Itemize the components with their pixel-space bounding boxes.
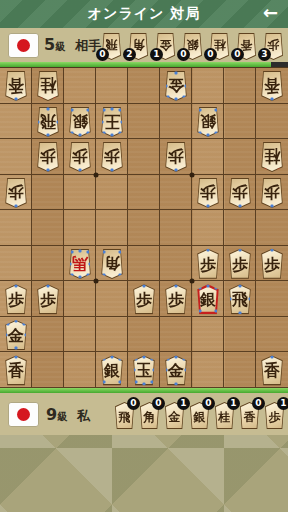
piece-銀-black[interactable]: 銀: [99, 355, 125, 385]
board-cell[interactable]: [224, 317, 256, 353]
hand-count-badge: 1: [277, 397, 288, 410]
board-cell[interactable]: [256, 104, 288, 140]
piece-飛-white[interactable]: 飛: [35, 107, 61, 137]
board-cell[interactable]: [256, 210, 288, 246]
piece-歩-black[interactable]: 歩: [163, 284, 189, 314]
hand-count-badge: 2: [123, 48, 136, 61]
opponent-captured-tray: 飛0角2金1銀0桂0香0歩3: [100, 33, 285, 60]
opponent-label: 5級 相手: [44, 35, 101, 55]
hand-piece-香[interactable]: 香0: [235, 33, 258, 60]
piece-銀-black[interactable]: 銀: [195, 284, 221, 314]
board-cell[interactable]: [192, 68, 224, 104]
board-cell[interactable]: [96, 317, 128, 353]
board-cell[interactable]: [128, 175, 160, 211]
piece-歩-black[interactable]: 歩: [3, 284, 29, 314]
board-cell[interactable]: [160, 104, 192, 140]
piece-歩-black[interactable]: 歩: [131, 284, 157, 314]
piece-歩-white[interactable]: 歩: [195, 178, 221, 208]
opponent-rank: 5: [44, 35, 55, 54]
piece-桂-white[interactable]: 桂: [259, 142, 285, 172]
back-arrow-icon[interactable]: ←: [263, 2, 278, 23]
hand-piece-飛[interactable]: 飛0: [113, 402, 136, 429]
piece-歩-white[interactable]: 歩: [99, 142, 125, 172]
piece-歩-white[interactable]: 歩: [259, 178, 285, 208]
opponent-info-bar: 5級 相手 飛0角2金1銀0桂0香0歩3: [0, 28, 288, 62]
board-cell[interactable]: [64, 210, 96, 246]
board-cell[interactable]: [192, 352, 224, 388]
board-cell[interactable]: [160, 175, 192, 211]
hand-piece-角[interactable]: 角2: [127, 33, 150, 60]
hand-piece-角[interactable]: 角0: [138, 402, 161, 429]
hand-count-badge: 0: [231, 48, 244, 61]
hand-piece-金[interactable]: 金1: [154, 33, 177, 60]
board-cell[interactable]: [192, 139, 224, 175]
piece-金-white[interactable]: 金: [163, 71, 189, 101]
board-cell[interactable]: [96, 281, 128, 317]
board-cell[interactable]: [160, 317, 192, 353]
board-cell[interactable]: [96, 68, 128, 104]
board-cell[interactable]: [224, 139, 256, 175]
piece-歩-white[interactable]: 歩: [163, 142, 189, 172]
board-cell[interactable]: [128, 246, 160, 282]
piece-金-black[interactable]: 金: [3, 320, 29, 350]
board-cell[interactable]: [64, 175, 96, 211]
hand-count-badge: 0: [152, 397, 165, 410]
hand-piece-金[interactable]: 金1: [163, 402, 186, 429]
piece-香-black[interactable]: 香: [3, 355, 29, 385]
hoshi-point: [94, 172, 99, 177]
board-cell[interactable]: [32, 246, 64, 282]
board-cell[interactable]: [64, 68, 96, 104]
piece-金-black[interactable]: 金: [163, 355, 189, 385]
shogi-board[interactable]: 香桂金香飛銀王銀歩歩歩歩桂歩歩歩歩馬角歩歩歩歩歩歩歩銀飛金香銀玉金香: [0, 67, 288, 388]
board-cell[interactable]: [256, 281, 288, 317]
hand-count-badge: 0: [96, 48, 109, 61]
board-cell[interactable]: [224, 210, 256, 246]
board-cell[interactable]: [0, 246, 32, 282]
piece-歩-black[interactable]: 歩: [259, 249, 285, 279]
player-rank: 9: [46, 405, 57, 424]
player-info-bar: 9級 私 飛0角0金1銀0桂1香0歩1: [0, 393, 288, 435]
board-cell[interactable]: [0, 210, 32, 246]
app-bar: オンライン 対局 ←: [0, 0, 288, 28]
piece-歩-white[interactable]: 歩: [67, 142, 93, 172]
hand-piece-銀[interactable]: 銀0: [181, 33, 204, 60]
hand-count-badge: 0: [204, 48, 217, 61]
shogi-app: オンライン 対局 ← 5級 相手 飛0角2金1銀0桂0香0歩3 香桂金香飛銀王銀…: [0, 0, 288, 512]
player-flag-japan: [8, 402, 39, 427]
board-cell[interactable]: [160, 246, 192, 282]
piece-香-white[interactable]: 香: [3, 71, 29, 101]
board-cell[interactable]: [128, 317, 160, 353]
board-cell[interactable]: [32, 317, 64, 353]
opponent-flag-japan: [8, 33, 39, 58]
hand-count-badge: 0: [252, 397, 265, 410]
hand-piece-香[interactable]: 香0: [238, 402, 261, 429]
piece-角-white[interactable]: 角: [99, 249, 125, 279]
hoshi-point: [94, 279, 99, 284]
hand-count-badge: 1: [150, 48, 163, 61]
hand-piece-歩[interactable]: 歩1: [263, 402, 286, 429]
board-cell[interactable]: [128, 68, 160, 104]
board-cell[interactable]: [128, 210, 160, 246]
hand-piece-飛[interactable]: 飛0: [100, 33, 123, 60]
board-cell[interactable]: [0, 139, 32, 175]
hand-count-badge: 0: [177, 48, 190, 61]
board-cell[interactable]: [64, 317, 96, 353]
board-cell[interactable]: [32, 210, 64, 246]
board-cell[interactable]: [192, 210, 224, 246]
board-cell[interactable]: [0, 104, 32, 140]
board-cell[interactable]: [256, 317, 288, 353]
hand-count-badge: 1: [227, 397, 240, 410]
board-cell[interactable]: [128, 139, 160, 175]
piece-歩-black[interactable]: 歩: [227, 249, 253, 279]
hand-count-badge: 0: [127, 397, 140, 410]
page-title: オンライン 対局: [0, 5, 288, 23]
flag-sun-icon: [17, 408, 30, 421]
player-name: 私: [77, 408, 90, 423]
hand-count-badge: 3: [258, 48, 271, 61]
hand-count-badge: 0: [202, 397, 215, 410]
piece-歩-black[interactable]: 歩: [195, 249, 221, 279]
board-cell[interactable]: [192, 317, 224, 353]
player-captured-tray: 飛0角0金1銀0桂1香0歩1: [113, 402, 286, 429]
hand-piece-歩[interactable]: 歩3: [262, 33, 285, 60]
piece-歩-white[interactable]: 歩: [3, 178, 29, 208]
board-cell[interactable]: [96, 175, 128, 211]
board-cell[interactable]: [64, 352, 96, 388]
board-cell[interactable]: [224, 68, 256, 104]
piece-香-black[interactable]: 香: [259, 355, 285, 385]
hand-piece-桂[interactable]: 桂0: [208, 33, 231, 60]
player-label: 9級 私: [46, 405, 90, 425]
hoshi-point: [190, 279, 195, 284]
hand-piece-銀[interactable]: 銀0: [188, 402, 211, 429]
board-cell[interactable]: [224, 352, 256, 388]
hand-piece-桂[interactable]: 桂1: [213, 402, 236, 429]
flag-sun-icon: [17, 39, 30, 52]
board-cell[interactable]: [160, 210, 192, 246]
piece-銀-white[interactable]: 銀: [67, 107, 93, 137]
board-cell[interactable]: [64, 281, 96, 317]
piece-玉-black[interactable]: 玉: [131, 355, 157, 385]
board-cell[interactable]: [224, 104, 256, 140]
board-cell[interactable]: [32, 352, 64, 388]
piece-香-white[interactable]: 香: [259, 71, 285, 101]
hoshi-point: [190, 172, 195, 177]
hand-count-badge: 1: [177, 397, 190, 410]
piece-歩-white[interactable]: 歩: [227, 178, 253, 208]
piece-歩-black[interactable]: 歩: [35, 284, 61, 314]
piece-王-white[interactable]: 王: [99, 107, 125, 137]
piece-銀-white[interactable]: 銀: [195, 107, 221, 137]
piece-歩-white[interactable]: 歩: [35, 142, 61, 172]
piece-桂-white[interactable]: 桂: [35, 71, 61, 101]
piece-飛-black[interactable]: 飛: [227, 284, 253, 314]
board-cell[interactable]: [32, 175, 64, 211]
piece-馬-white[interactable]: 馬: [67, 249, 93, 279]
board-cell[interactable]: [96, 210, 128, 246]
board-cell[interactable]: [128, 104, 160, 140]
